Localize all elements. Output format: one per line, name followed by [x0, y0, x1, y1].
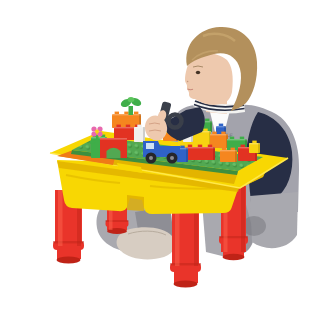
- train-orange-block: [210, 132, 228, 148]
- truck-wheel-hub: [170, 156, 174, 160]
- table-leg-front-right: [170, 210, 201, 287]
- nostril: [187, 81, 189, 83]
- eye: [196, 71, 200, 74]
- bin-gap-shadow: [127, 195, 144, 211]
- red-arch-piece: [100, 138, 127, 158]
- truck-wheel-hub: [149, 156, 153, 160]
- train-red-mid-block: [185, 145, 215, 160]
- white-block-behind-truck: [134, 125, 145, 142]
- product-photo: ATHLE: [0, 0, 320, 320]
- truck-window: [146, 143, 154, 149]
